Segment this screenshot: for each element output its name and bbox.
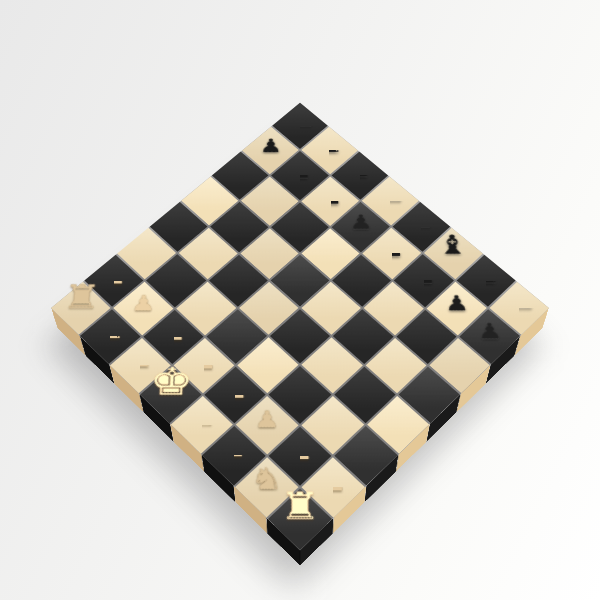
square-e6[interactable] xyxy=(301,228,360,279)
chess-board: ♜♞♝♚♛♝♞♜♟♟♟♟♟♟♟♟♟♟♟♟♟♟♟♟♜♞♝♚♛♝♞♜ xyxy=(51,103,549,550)
square-e5[interactable] xyxy=(270,254,329,306)
pawn-glyph: ♟ xyxy=(337,212,384,232)
square-f5[interactable] xyxy=(240,228,299,279)
knight-glyph: ♞ xyxy=(241,463,292,493)
pawn-glyph: ♟ xyxy=(400,261,448,288)
square-g8[interactable]: ♞ xyxy=(301,127,357,174)
photo-backdrop: ♜♞♝♚♛♝♞♜♟♟♟♟♟♟♟♟♟♟♟♟♟♟♟♟♜♞♝♚♛♝♞♜ xyxy=(0,0,600,600)
square-f7[interactable]: ♟ xyxy=(301,176,358,225)
square-e8[interactable]: ♚ xyxy=(361,176,418,225)
square-h8[interactable]: ♜ xyxy=(272,103,328,149)
pawn-glyph: ♟ xyxy=(307,182,353,208)
square-f4[interactable] xyxy=(209,254,268,306)
pawn-glyph: ♟ xyxy=(90,261,138,288)
rook-glyph: ♜ xyxy=(495,273,543,315)
square-g4[interactable] xyxy=(179,228,238,279)
square-h7[interactable]: ♟ xyxy=(242,127,298,174)
square-d7[interactable]: ♟ xyxy=(363,228,422,279)
bishop-glyph: ♝ xyxy=(337,148,383,182)
square-g5[interactable] xyxy=(210,202,268,252)
square-c7[interactable]: ♟ xyxy=(394,254,453,306)
square-h6[interactable] xyxy=(212,151,269,199)
square-f8[interactable]: ♝ xyxy=(331,151,388,199)
bishop-glyph: ♝ xyxy=(209,425,260,463)
square-d8[interactable]: ♛ xyxy=(392,202,450,252)
pawn-glyph: ♟ xyxy=(465,321,515,342)
knight-glyph: ♞ xyxy=(307,125,352,157)
square-d6[interactable] xyxy=(332,254,391,306)
pawn-glyph: ♟ xyxy=(368,234,415,260)
square-d4[interactable] xyxy=(270,309,330,363)
square-h3[interactable] xyxy=(117,228,176,279)
bishop-glyph: ♝ xyxy=(429,232,477,259)
pawn-glyph: ♟ xyxy=(277,156,323,182)
square-g3[interactable] xyxy=(147,254,206,306)
pawn-glyph: ♟ xyxy=(432,293,481,314)
king-glyph: ♚ xyxy=(367,162,413,207)
square-c8[interactable]: ♝ xyxy=(424,228,483,279)
queen-glyph: ♛ xyxy=(398,192,445,234)
pawn-glyph: ♟ xyxy=(275,434,326,462)
pawn-glyph: ♟ xyxy=(248,137,293,155)
square-h4[interactable] xyxy=(150,202,208,252)
square-g7[interactable]: ♟ xyxy=(272,151,329,199)
board-scene: ♜♞♝♚♛♝♞♜♟♟♟♟♟♟♟♟♟♟♟♟♟♟♟♟♜♞♝♚♛♝♞♜ xyxy=(0,0,600,600)
rook-glyph: ♜ xyxy=(278,93,323,132)
square-h2[interactable]: ♟ xyxy=(85,254,144,306)
square-c3[interactable] xyxy=(269,366,331,423)
square-h5[interactable] xyxy=(181,176,238,225)
pawn-glyph: ♟ xyxy=(308,465,359,494)
square-g6[interactable] xyxy=(241,176,298,225)
rook-glyph: ♜ xyxy=(274,488,326,525)
square-f6[interactable] xyxy=(271,202,329,252)
square-e7[interactable]: ♟ xyxy=(332,202,390,252)
